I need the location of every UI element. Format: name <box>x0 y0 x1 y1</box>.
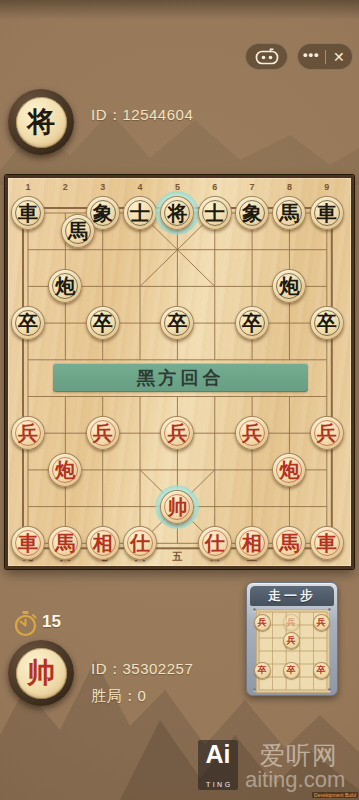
watermark-logo: Ai TING <box>198 740 238 790</box>
board-piece[interactable]: 卒 <box>11 306 45 340</box>
timer-value: 15 <box>42 612 61 632</box>
turn-banner: 黑方回合 <box>53 363 308 392</box>
board-piece[interactable]: 兵 <box>310 416 344 450</box>
game-assistant-button[interactable] <box>245 43 288 70</box>
watermark-logo-text: Ai <box>206 742 231 767</box>
board-piece[interactable]: 兵 <box>11 416 45 450</box>
puzzle-piece: 兵 <box>313 614 330 631</box>
player-id: ID：35302257 <box>91 660 193 679</box>
xiangqi-board[interactable]: 123456789九八七六五四三二一 黑方回合 車象士将士象馬車馬炮炮卒卒卒卒卒… <box>5 175 354 569</box>
puzzle-piece-ghost: 兵 <box>283 614 300 631</box>
file-label-top: 6 <box>208 182 222 192</box>
puzzle-piece: 兵 <box>254 614 271 631</box>
puzzle-piece: 卒 <box>313 662 330 679</box>
panel-screw <box>328 608 331 611</box>
puzzle-piece: 卒 <box>254 662 271 679</box>
board-piece[interactable]: 兵 <box>86 416 120 450</box>
board-piece[interactable]: 帅 <box>160 490 194 524</box>
panel-screw <box>253 688 256 691</box>
board-piece[interactable]: 車 <box>310 526 344 560</box>
opponent-piece-badge: 将 <box>16 97 67 148</box>
turn-banner-text: 黑方回合 <box>137 366 225 390</box>
file-label-top: 2 <box>58 182 72 192</box>
player-avatar: 帅 <box>8 640 74 706</box>
timer-icon <box>12 610 39 638</box>
board-piece[interactable]: 相 <box>86 526 120 560</box>
file-label-top: 9 <box>320 182 334 192</box>
dev-build-label: Development Build <box>312 792 358 798</box>
puzzle-panel[interactable]: 走一步 兵兵兵兵卒卒卒 <box>246 582 338 696</box>
puzzle-piece: 兵 <box>283 632 300 649</box>
gamepad-icon <box>255 48 279 65</box>
file-label-top: 7 <box>245 182 259 192</box>
board-piece[interactable]: 卒 <box>86 306 120 340</box>
file-label-top: 8 <box>282 182 296 192</box>
board-piece[interactable]: 象 <box>235 196 269 230</box>
watermark-logo-subtext: TING <box>206 781 233 788</box>
file-label-top: 3 <box>96 182 110 192</box>
board-piece[interactable]: 卒 <box>235 306 269 340</box>
opponent-avatar: 将 <box>8 89 74 155</box>
more-icon: ••• <box>303 48 320 61</box>
board-piece[interactable]: 炮 <box>48 453 82 487</box>
board-piece[interactable]: 卒 <box>310 306 344 340</box>
board-piece[interactable]: 士 <box>123 196 157 230</box>
game-screen: ••• ✕ 将 ID：12544604 123456789九八七六五四三二一 黑… <box>0 0 359 800</box>
board-piece[interactable]: 車 <box>310 196 344 230</box>
panel-screw <box>328 688 331 691</box>
player-wins: 胜局：0 <box>91 687 146 706</box>
board-piece[interactable]: 車 <box>11 196 45 230</box>
file-label-top: 1 <box>21 182 35 192</box>
watermark-site-url: aiting.com <box>245 767 345 793</box>
board-piece[interactable]: 士 <box>198 196 232 230</box>
top-shade <box>0 0 359 20</box>
board-piece[interactable]: 馬 <box>61 214 95 248</box>
file-label-top: 4 <box>133 182 147 192</box>
close-icon: ✕ <box>333 50 345 64</box>
board-piece[interactable]: 仕 <box>198 526 232 560</box>
puzzle-piece: 卒 <box>283 662 300 679</box>
menu-capsule: ••• ✕ <box>297 43 353 70</box>
opponent-id: ID：12544604 <box>91 106 193 125</box>
player-piece-badge: 帅 <box>16 648 67 699</box>
puzzle-title: 走一步 <box>250 586 334 606</box>
file-label-bottom: 五 <box>170 550 184 564</box>
puzzle-board: 兵兵兵兵卒卒卒 <box>256 609 330 693</box>
close-button[interactable]: ✕ <box>326 44 353 69</box>
more-menu-button[interactable]: ••• <box>298 44 325 69</box>
panel-screw <box>253 608 256 611</box>
